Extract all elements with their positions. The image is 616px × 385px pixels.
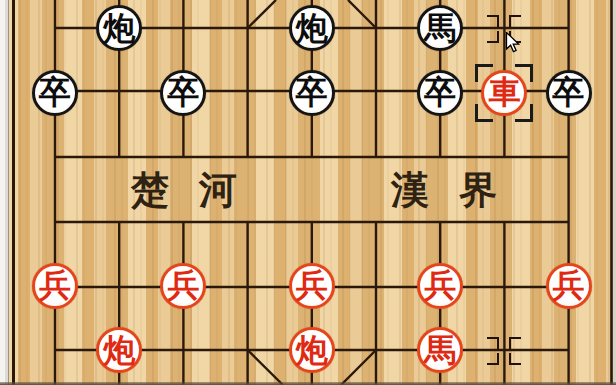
piece-red-c3r7[interactable]: 兵 bbox=[160, 263, 206, 309]
xiangqi-board-window: 楚 河 漢 界 炮炮馬卒卒卒卒車卒兵兵兵兵兵炮炮馬 bbox=[0, 0, 616, 385]
piece-black-c9r4[interactable]: 卒 bbox=[546, 70, 592, 116]
piece-glyph: 車 bbox=[488, 76, 520, 108]
piece-glyph: 兵 bbox=[296, 269, 328, 301]
piece-glyph: 炮 bbox=[296, 12, 328, 44]
piece-glyph: 馬 bbox=[424, 12, 456, 44]
piece-black-c1r4[interactable]: 卒 bbox=[32, 70, 78, 116]
piece-glyph: 馬 bbox=[424, 334, 456, 366]
piece-glyph: 炮 bbox=[103, 12, 135, 44]
piece-red-c5r8[interactable]: 炮 bbox=[289, 327, 335, 373]
piece-glyph: 兵 bbox=[424, 269, 456, 301]
piece-red-c5r7[interactable]: 兵 bbox=[289, 263, 335, 309]
piece-glyph: 炮 bbox=[296, 334, 328, 366]
piece-black-c5r3[interactable]: 炮 bbox=[289, 5, 335, 51]
point-marker-c8r8 bbox=[487, 333, 521, 367]
piece-glyph: 兵 bbox=[167, 269, 199, 301]
piece-red-c7r8[interactable]: 馬 bbox=[417, 327, 463, 373]
piece-glyph: 卒 bbox=[167, 76, 199, 108]
piece-glyph: 炮 bbox=[103, 334, 135, 366]
window-left-edge bbox=[0, 0, 9, 385]
piece-black-c3r4[interactable]: 卒 bbox=[160, 70, 206, 116]
piece-black-c7r3[interactable]: 馬 bbox=[417, 5, 463, 51]
mouse-cursor bbox=[500, 32, 520, 56]
piece-black-c7r4[interactable]: 卒 bbox=[417, 70, 463, 116]
piece-glyph: 兵 bbox=[553, 269, 585, 301]
piece-glyph: 卒 bbox=[296, 76, 328, 108]
piece-glyph: 卒 bbox=[553, 76, 585, 108]
piece-glyph: 兵 bbox=[39, 269, 71, 301]
piece-glyph: 卒 bbox=[424, 76, 456, 108]
piece-black-c2r3[interactable]: 炮 bbox=[96, 5, 142, 51]
piece-red-c8r4[interactable]: 車 bbox=[481, 70, 527, 116]
board-grid[interactable]: 炮炮馬卒卒卒卒車卒兵兵兵兵兵炮炮馬 bbox=[23, 0, 601, 382]
piece-red-c1r7[interactable]: 兵 bbox=[32, 263, 78, 309]
piece-red-c7r7[interactable]: 兵 bbox=[417, 263, 463, 309]
piece-glyph: 卒 bbox=[39, 76, 71, 108]
piece-red-c9r7[interactable]: 兵 bbox=[546, 263, 592, 309]
piece-red-c2r8[interactable]: 炮 bbox=[96, 327, 142, 373]
piece-black-c5r4[interactable]: 卒 bbox=[289, 70, 335, 116]
